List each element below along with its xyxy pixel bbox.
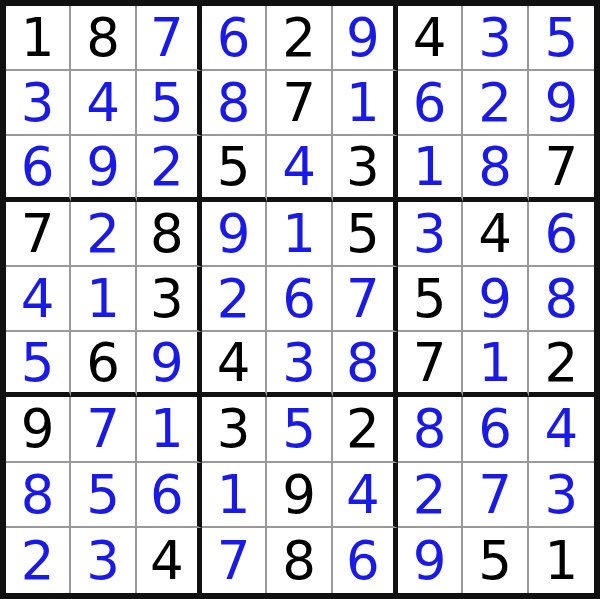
cell-r4c3[interactable]: 8	[137, 202, 202, 267]
cell-r1c1[interactable]: 1	[6, 6, 71, 71]
cell-r6c2[interactable]: 6	[71, 332, 136, 397]
cell-r1c4[interactable]: 6	[202, 6, 267, 71]
cell-r3c4[interactable]: 5	[202, 136, 267, 201]
cell-r1c7[interactable]: 4	[398, 6, 463, 71]
cell-r2c4[interactable]: 8	[202, 71, 267, 136]
cell-r8c1[interactable]: 8	[6, 463, 71, 528]
cell-r2c5[interactable]: 7	[267, 71, 332, 136]
cell-r9c7[interactable]: 9	[398, 528, 463, 593]
cell-r6c8[interactable]: 1	[463, 332, 528, 397]
cell-r2c1[interactable]: 3	[6, 71, 71, 136]
cell-r5c2[interactable]: 1	[71, 267, 136, 332]
cell-r5c9[interactable]: 8	[529, 267, 594, 332]
cell-r8c6[interactable]: 4	[333, 463, 398, 528]
cell-r7c5[interactable]: 5	[267, 397, 332, 462]
cell-r6c1[interactable]: 5	[6, 332, 71, 397]
cell-r4c8[interactable]: 4	[463, 202, 528, 267]
cell-r8c9[interactable]: 3	[529, 463, 594, 528]
cell-r9c1[interactable]: 2	[6, 528, 71, 593]
cell-r6c4[interactable]: 4	[202, 332, 267, 397]
cell-r3c1[interactable]: 6	[6, 136, 71, 201]
cell-r1c8[interactable]: 3	[463, 6, 528, 71]
cell-r5c5[interactable]: 6	[267, 267, 332, 332]
cell-r2c8[interactable]: 2	[463, 71, 528, 136]
cell-r9c3[interactable]: 4	[137, 528, 202, 593]
cell-r3c8[interactable]: 8	[463, 136, 528, 201]
cell-r3c7[interactable]: 1	[398, 136, 463, 201]
cell-r6c5[interactable]: 3	[267, 332, 332, 397]
cell-r7c3[interactable]: 1	[137, 397, 202, 462]
cell-r3c6[interactable]: 3	[333, 136, 398, 201]
cell-r9c2[interactable]: 3	[71, 528, 136, 593]
cell-r9c9[interactable]: 1	[529, 528, 594, 593]
cell-r7c9[interactable]: 4	[529, 397, 594, 462]
cell-r6c9[interactable]: 2	[529, 332, 594, 397]
cell-r9c5[interactable]: 8	[267, 528, 332, 593]
cell-r4c1[interactable]: 7	[6, 202, 71, 267]
cell-r2c9[interactable]: 9	[529, 71, 594, 136]
cell-r8c3[interactable]: 6	[137, 463, 202, 528]
cell-r8c8[interactable]: 7	[463, 463, 528, 528]
cell-r1c6[interactable]: 9	[333, 6, 398, 71]
cell-r8c7[interactable]: 2	[398, 463, 463, 528]
cell-r2c7[interactable]: 6	[398, 71, 463, 136]
cell-r7c7[interactable]: 8	[398, 397, 463, 462]
cell-r7c2[interactable]: 7	[71, 397, 136, 462]
cell-r4c2[interactable]: 2	[71, 202, 136, 267]
cell-r2c6[interactable]: 1	[333, 71, 398, 136]
cell-r8c5[interactable]: 9	[267, 463, 332, 528]
cell-r7c1[interactable]: 9	[6, 397, 71, 462]
cell-r9c6[interactable]: 6	[333, 528, 398, 593]
cell-r5c4[interactable]: 2	[202, 267, 267, 332]
cell-r5c7[interactable]: 5	[398, 267, 463, 332]
sudoku-page: 1876294353458716296925431877289153464132…	[0, 0, 600, 599]
cell-r4c7[interactable]: 3	[398, 202, 463, 267]
cell-r1c9[interactable]: 5	[529, 6, 594, 71]
cell-r1c2[interactable]: 8	[71, 6, 136, 71]
cell-r3c3[interactable]: 2	[137, 136, 202, 201]
cell-r6c3[interactable]: 9	[137, 332, 202, 397]
cell-r5c8[interactable]: 9	[463, 267, 528, 332]
cell-r3c9[interactable]: 7	[529, 136, 594, 201]
cell-r7c6[interactable]: 2	[333, 397, 398, 462]
cell-r1c5[interactable]: 2	[267, 6, 332, 71]
cell-r6c7[interactable]: 7	[398, 332, 463, 397]
cell-r8c2[interactable]: 5	[71, 463, 136, 528]
cell-r1c3[interactable]: 7	[137, 6, 202, 71]
cell-r4c6[interactable]: 5	[333, 202, 398, 267]
cell-r5c1[interactable]: 4	[6, 267, 71, 332]
cell-r4c9[interactable]: 6	[529, 202, 594, 267]
cell-r7c4[interactable]: 3	[202, 397, 267, 462]
cell-r9c8[interactable]: 5	[463, 528, 528, 593]
cell-r2c3[interactable]: 5	[137, 71, 202, 136]
cell-r9c4[interactable]: 7	[202, 528, 267, 593]
cell-r7c8[interactable]: 6	[463, 397, 528, 462]
cell-r3c5[interactable]: 4	[267, 136, 332, 201]
sudoku-board: 1876294353458716296925431877289153464132…	[0, 0, 600, 599]
cell-r5c6[interactable]: 7	[333, 267, 398, 332]
cell-r3c2[interactable]: 9	[71, 136, 136, 201]
cell-r4c4[interactable]: 9	[202, 202, 267, 267]
cell-r4c5[interactable]: 1	[267, 202, 332, 267]
cell-r2c2[interactable]: 4	[71, 71, 136, 136]
cell-r8c4[interactable]: 1	[202, 463, 267, 528]
cell-r5c3[interactable]: 3	[137, 267, 202, 332]
cell-r6c6[interactable]: 8	[333, 332, 398, 397]
